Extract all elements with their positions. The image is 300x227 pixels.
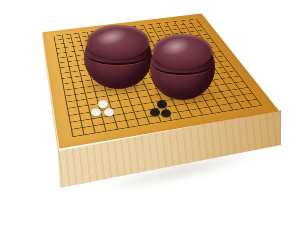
lid-seam-accent xyxy=(87,45,148,66)
go-set-photo: ●●●●●● xyxy=(0,0,300,227)
lid-seam-accent xyxy=(153,55,212,77)
black-stone: ● xyxy=(160,107,171,118)
black-stone: ● xyxy=(149,106,160,117)
white-stone: ● xyxy=(103,106,114,117)
go-bowl-right xyxy=(150,35,215,100)
go-bowl-left xyxy=(84,26,152,89)
stones-layer: ●●●●●● xyxy=(0,0,300,227)
white-stone: ● xyxy=(90,106,101,117)
